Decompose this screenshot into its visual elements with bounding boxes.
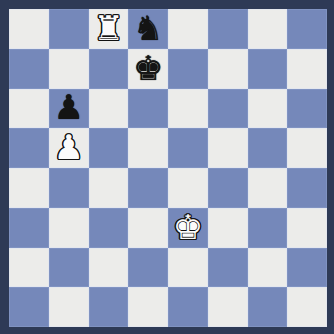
square-b4[interactable] bbox=[49, 168, 89, 208]
square-h2[interactable] bbox=[287, 248, 327, 288]
square-d3[interactable] bbox=[128, 208, 168, 248]
square-e7[interactable] bbox=[168, 49, 208, 89]
square-f4[interactable] bbox=[208, 168, 248, 208]
square-g6[interactable] bbox=[248, 89, 288, 129]
square-d5[interactable] bbox=[128, 128, 168, 168]
white-pawn[interactable]: ♟ bbox=[53, 130, 83, 164]
square-b2[interactable] bbox=[49, 248, 89, 288]
square-g4[interactable] bbox=[248, 168, 288, 208]
square-h7[interactable] bbox=[287, 49, 327, 89]
square-h6[interactable] bbox=[287, 89, 327, 129]
square-c3[interactable] bbox=[89, 208, 129, 248]
chess-board: ♜♞♚♟♟♚ bbox=[9, 9, 327, 327]
square-g3[interactable] bbox=[248, 208, 288, 248]
square-d1[interactable] bbox=[128, 287, 168, 327]
square-a2[interactable] bbox=[9, 248, 49, 288]
square-a4[interactable] bbox=[9, 168, 49, 208]
square-a7[interactable] bbox=[9, 49, 49, 89]
square-b6[interactable]: ♟ bbox=[49, 89, 89, 129]
square-a8[interactable] bbox=[9, 9, 49, 49]
square-c1[interactable] bbox=[89, 287, 129, 327]
black-pawn[interactable]: ♟ bbox=[53, 90, 83, 124]
square-d2[interactable] bbox=[128, 248, 168, 288]
square-e8[interactable] bbox=[168, 9, 208, 49]
square-c2[interactable] bbox=[89, 248, 129, 288]
square-f5[interactable] bbox=[208, 128, 248, 168]
white-rook[interactable]: ♜ bbox=[93, 11, 123, 45]
square-c4[interactable] bbox=[89, 168, 129, 208]
square-d4[interactable] bbox=[128, 168, 168, 208]
square-f6[interactable] bbox=[208, 89, 248, 129]
square-e3[interactable]: ♚ bbox=[168, 208, 208, 248]
white-king[interactable]: ♚ bbox=[173, 210, 203, 244]
square-c8[interactable]: ♜ bbox=[89, 9, 129, 49]
square-a6[interactable] bbox=[9, 89, 49, 129]
square-f8[interactable] bbox=[208, 9, 248, 49]
square-f2[interactable] bbox=[208, 248, 248, 288]
board-frame: ♜♞♚♟♟♚ bbox=[0, 0, 334, 334]
square-e6[interactable] bbox=[168, 89, 208, 129]
square-c5[interactable] bbox=[89, 128, 129, 168]
square-h8[interactable] bbox=[287, 9, 327, 49]
square-b7[interactable] bbox=[49, 49, 89, 89]
square-b3[interactable] bbox=[49, 208, 89, 248]
square-b1[interactable] bbox=[49, 287, 89, 327]
square-b8[interactable] bbox=[49, 9, 89, 49]
square-c7[interactable] bbox=[89, 49, 129, 89]
square-a5[interactable] bbox=[9, 128, 49, 168]
square-e1[interactable] bbox=[168, 287, 208, 327]
square-e2[interactable] bbox=[168, 248, 208, 288]
square-g1[interactable] bbox=[248, 287, 288, 327]
square-d7[interactable]: ♚ bbox=[128, 49, 168, 89]
square-e4[interactable] bbox=[168, 168, 208, 208]
square-g8[interactable] bbox=[248, 9, 288, 49]
square-h1[interactable] bbox=[287, 287, 327, 327]
square-h4[interactable] bbox=[287, 168, 327, 208]
square-f3[interactable] bbox=[208, 208, 248, 248]
square-c6[interactable] bbox=[89, 89, 129, 129]
black-knight[interactable]: ♞ bbox=[133, 11, 163, 45]
square-h3[interactable] bbox=[287, 208, 327, 248]
square-e5[interactable] bbox=[168, 128, 208, 168]
black-king[interactable]: ♚ bbox=[133, 51, 163, 85]
square-d6[interactable] bbox=[128, 89, 168, 129]
square-h5[interactable] bbox=[287, 128, 327, 168]
square-f1[interactable] bbox=[208, 287, 248, 327]
square-d8[interactable]: ♞ bbox=[128, 9, 168, 49]
square-a1[interactable] bbox=[9, 287, 49, 327]
square-g5[interactable] bbox=[248, 128, 288, 168]
square-g2[interactable] bbox=[248, 248, 288, 288]
square-a3[interactable] bbox=[9, 208, 49, 248]
square-b5[interactable]: ♟ bbox=[49, 128, 89, 168]
square-g7[interactable] bbox=[248, 49, 288, 89]
square-f7[interactable] bbox=[208, 49, 248, 89]
